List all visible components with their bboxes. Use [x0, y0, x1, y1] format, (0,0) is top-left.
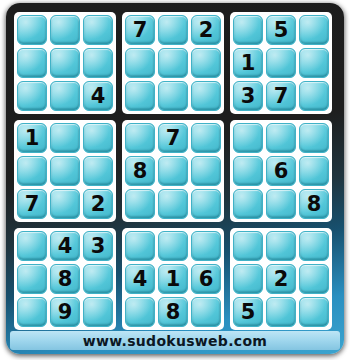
cell-r5c9[interactable]	[299, 156, 329, 186]
cell-r5c4: 8	[125, 156, 155, 186]
sudoku-page: 472513717278684389416825 www.sudokusweb.…	[0, 0, 350, 360]
cell-r5c7[interactable]	[233, 156, 263, 186]
cell-r9c5: 8	[158, 297, 188, 327]
box-9: 25	[230, 228, 332, 330]
cell-r8c1[interactable]	[17, 264, 47, 294]
site-url: www.sudokusweb.com	[83, 333, 267, 349]
box-1: 4	[14, 12, 116, 114]
cell-r9c2: 9	[50, 297, 80, 327]
cell-r2c1[interactable]	[17, 48, 47, 78]
cell-r2c4[interactable]	[125, 48, 155, 78]
cell-r2c8[interactable]	[266, 48, 296, 78]
cell-r3c3: 4	[83, 81, 113, 111]
cell-r3c5[interactable]	[158, 81, 188, 111]
cell-r3c8: 7	[266, 81, 296, 111]
cell-r6c7[interactable]	[233, 189, 263, 219]
cell-r4c4[interactable]	[125, 123, 155, 153]
cell-r3c4[interactable]	[125, 81, 155, 111]
cell-r9c9[interactable]	[299, 297, 329, 327]
cell-r2c3[interactable]	[83, 48, 113, 78]
box-2: 72	[122, 12, 224, 114]
cell-r5c5[interactable]	[158, 156, 188, 186]
cell-r4c1: 1	[17, 123, 47, 153]
cell-r7c4[interactable]	[125, 231, 155, 261]
cell-r6c8[interactable]	[266, 189, 296, 219]
cell-r7c1[interactable]	[17, 231, 47, 261]
cell-r9c7: 5	[233, 297, 263, 327]
cell-r3c6[interactable]	[191, 81, 221, 111]
cell-r5c3[interactable]	[83, 156, 113, 186]
cell-r7c9[interactable]	[299, 231, 329, 261]
cell-r3c1[interactable]	[17, 81, 47, 111]
cell-r9c1[interactable]	[17, 297, 47, 327]
cell-r1c7[interactable]	[233, 15, 263, 45]
cell-r2c2[interactable]	[50, 48, 80, 78]
cell-r2c5[interactable]	[158, 48, 188, 78]
cell-r7c3: 3	[83, 231, 113, 261]
cell-r9c6[interactable]	[191, 297, 221, 327]
cell-r1c2[interactable]	[50, 15, 80, 45]
cell-r1c9[interactable]	[299, 15, 329, 45]
cell-r6c6[interactable]	[191, 189, 221, 219]
cell-r1c3[interactable]	[83, 15, 113, 45]
box-3: 5137	[230, 12, 332, 114]
cell-r3c9[interactable]	[299, 81, 329, 111]
cell-r5c8: 6	[266, 156, 296, 186]
cell-r1c1[interactable]	[17, 15, 47, 45]
cell-r8c9[interactable]	[299, 264, 329, 294]
cell-r4c2[interactable]	[50, 123, 80, 153]
cell-r9c4[interactable]	[125, 297, 155, 327]
cell-r8c8: 2	[266, 264, 296, 294]
cell-r4c9[interactable]	[299, 123, 329, 153]
cell-r7c7[interactable]	[233, 231, 263, 261]
cell-r5c6[interactable]	[191, 156, 221, 186]
cell-r8c5: 1	[158, 264, 188, 294]
box-8: 4168	[122, 228, 224, 330]
cell-r4c5: 7	[158, 123, 188, 153]
cell-r5c1[interactable]	[17, 156, 47, 186]
cell-r8c7[interactable]	[233, 264, 263, 294]
cell-r6c4[interactable]	[125, 189, 155, 219]
box-6: 68	[230, 120, 332, 222]
cell-r7c2: 4	[50, 231, 80, 261]
cell-r4c6[interactable]	[191, 123, 221, 153]
sudoku-board: 472513717278684389416825	[14, 12, 336, 330]
cell-r9c8[interactable]	[266, 297, 296, 327]
cell-r4c8[interactable]	[266, 123, 296, 153]
cell-r6c5[interactable]	[158, 189, 188, 219]
cell-r1c5[interactable]	[158, 15, 188, 45]
cell-r8c4: 4	[125, 264, 155, 294]
cell-r2c7: 1	[233, 48, 263, 78]
cell-r2c9[interactable]	[299, 48, 329, 78]
cell-r6c3: 2	[83, 189, 113, 219]
cell-r2c6[interactable]	[191, 48, 221, 78]
cell-r4c7[interactable]	[233, 123, 263, 153]
cell-r7c8[interactable]	[266, 231, 296, 261]
box-4: 172	[14, 120, 116, 222]
cell-r9c3[interactable]	[83, 297, 113, 327]
cell-r7c5[interactable]	[158, 231, 188, 261]
box-5: 78	[122, 120, 224, 222]
cell-r7c6[interactable]	[191, 231, 221, 261]
cell-r3c2[interactable]	[50, 81, 80, 111]
cell-r8c2: 8	[50, 264, 80, 294]
cell-r6c1: 7	[17, 189, 47, 219]
cell-r1c6: 2	[191, 15, 221, 45]
cell-r6c2[interactable]	[50, 189, 80, 219]
cell-r1c4: 7	[125, 15, 155, 45]
cell-r1c8: 5	[266, 15, 296, 45]
box-7: 4389	[14, 228, 116, 330]
board-frame: 472513717278684389416825 www.sudokusweb.…	[6, 3, 344, 354]
cell-r8c6: 6	[191, 264, 221, 294]
cell-r6c9: 8	[299, 189, 329, 219]
cell-r3c7: 3	[233, 81, 263, 111]
footer-band: www.sudokusweb.com	[10, 331, 340, 350]
cell-r8c3[interactable]	[83, 264, 113, 294]
cell-r5c2[interactable]	[50, 156, 80, 186]
cell-r4c3[interactable]	[83, 123, 113, 153]
